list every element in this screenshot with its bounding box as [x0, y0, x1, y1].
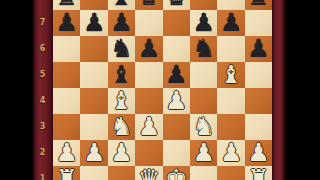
square-f4 [190, 88, 217, 114]
square-e5: ♟ [163, 62, 190, 88]
square-d7 [135, 10, 162, 36]
square-c1 [108, 166, 135, 180]
piece-black-bishop: ♝ [108, 62, 135, 88]
rank-label-5: 5 [34, 70, 51, 80]
piece-black-pawn: ♟ [135, 36, 162, 62]
piece-black-pawn: ♟ [53, 10, 80, 36]
square-g2: ♟ [217, 140, 244, 166]
square-e4: ♟ [163, 88, 190, 114]
square-b1 [80, 166, 107, 180]
piece-black-king: ♚ [163, 0, 190, 10]
square-g6 [217, 36, 244, 62]
piece-white-bishop: ♝ [108, 88, 135, 114]
square-g3 [217, 114, 244, 140]
square-d6: ♟ [135, 36, 162, 62]
piece-white-knight: ♞ [190, 114, 217, 140]
square-d2 [135, 140, 162, 166]
square-h6: ♟ [245, 36, 272, 62]
square-e6 [163, 36, 190, 62]
square-b5 [80, 62, 107, 88]
square-a6 [53, 36, 80, 62]
chess-board: ♜♝♛♚♜♟♟♟♟♟♞♟♞♟♝♟♝♝♟♞♟♞♟♟♟♟♟♟♜♛♚♜ [53, 0, 272, 180]
square-h7 [245, 10, 272, 36]
piece-black-knight: ♞ [190, 36, 217, 62]
square-c7: ♟ [108, 10, 135, 36]
square-h3 [245, 114, 272, 140]
piece-white-pawn: ♟ [217, 140, 244, 166]
piece-white-pawn: ♟ [108, 140, 135, 166]
square-e3 [163, 114, 190, 140]
video-frame-letterbox: 87654321 ♜♝♛♚♜♟♟♟♟♟♞♟♞♟♝♟♝♝♟♞♟♞♟♟♟♟♟♟♜♛♚… [0, 0, 320, 180]
square-c6: ♞ [108, 36, 135, 62]
piece-white-pawn: ♟ [190, 140, 217, 166]
square-b7: ♟ [80, 10, 107, 36]
piece-black-pawn: ♟ [163, 62, 190, 88]
square-h5 [245, 62, 272, 88]
rank-label-4: 4 [34, 96, 51, 106]
piece-white-king: ♚ [163, 166, 190, 180]
square-c5: ♝ [108, 62, 135, 88]
piece-black-pawn: ♟ [217, 10, 244, 36]
piece-white-pawn: ♟ [135, 114, 162, 140]
square-e8: ♚ [163, 0, 190, 10]
piece-white-pawn: ♟ [80, 140, 107, 166]
square-a1: ♜ [53, 166, 80, 180]
piece-white-knight: ♞ [108, 114, 135, 140]
square-c2: ♟ [108, 140, 135, 166]
piece-black-pawn: ♟ [190, 10, 217, 36]
piece-black-pawn: ♟ [245, 36, 272, 62]
rank-label-8: 8 [34, 0, 51, 2]
square-d3: ♟ [135, 114, 162, 140]
square-h8: ♜ [245, 0, 272, 10]
square-a7: ♟ [53, 10, 80, 36]
square-d5 [135, 62, 162, 88]
square-f7: ♟ [190, 10, 217, 36]
rank-label-6: 6 [34, 44, 51, 54]
square-e1: ♚ [163, 166, 190, 180]
square-b2: ♟ [80, 140, 107, 166]
square-d8: ♛ [135, 0, 162, 10]
rank-label-2: 2 [34, 148, 51, 158]
square-h1: ♜ [245, 166, 272, 180]
square-f2: ♟ [190, 140, 217, 166]
rank-label-3: 3 [34, 122, 51, 132]
square-b3 [80, 114, 107, 140]
piece-black-queen: ♛ [135, 0, 162, 10]
piece-black-pawn: ♟ [108, 10, 135, 36]
square-c3: ♞ [108, 114, 135, 140]
board-frame-right [272, 0, 285, 180]
board-frame-left: 87654321 [33, 0, 53, 180]
piece-black-rook: ♜ [245, 0, 272, 10]
piece-black-knight: ♞ [108, 36, 135, 62]
piece-white-rook: ♜ [245, 166, 272, 180]
square-b4 [80, 88, 107, 114]
square-h2: ♟ [245, 140, 272, 166]
square-f3: ♞ [190, 114, 217, 140]
square-g4 [217, 88, 244, 114]
square-e2 [163, 140, 190, 166]
piece-white-pawn: ♟ [245, 140, 272, 166]
square-a4 [53, 88, 80, 114]
square-g7: ♟ [217, 10, 244, 36]
square-h4 [245, 88, 272, 114]
piece-black-pawn: ♟ [80, 10, 107, 36]
rank-label-1: 1 [34, 174, 51, 180]
square-f1 [190, 166, 217, 180]
square-f5 [190, 62, 217, 88]
square-e7 [163, 10, 190, 36]
piece-white-pawn: ♟ [53, 140, 80, 166]
square-a2: ♟ [53, 140, 80, 166]
piece-white-rook: ♜ [53, 166, 80, 180]
square-g5: ♝ [217, 62, 244, 88]
piece-white-queen: ♛ [135, 166, 162, 180]
square-c4: ♝ [108, 88, 135, 114]
piece-white-pawn: ♟ [163, 88, 190, 114]
square-f6: ♞ [190, 36, 217, 62]
square-a5 [53, 62, 80, 88]
square-b6 [80, 36, 107, 62]
square-d4 [135, 88, 162, 114]
rank-label-7: 7 [34, 18, 51, 28]
square-d1: ♛ [135, 166, 162, 180]
square-g1 [217, 166, 244, 180]
piece-white-bishop: ♝ [217, 62, 244, 88]
square-a3 [53, 114, 80, 140]
